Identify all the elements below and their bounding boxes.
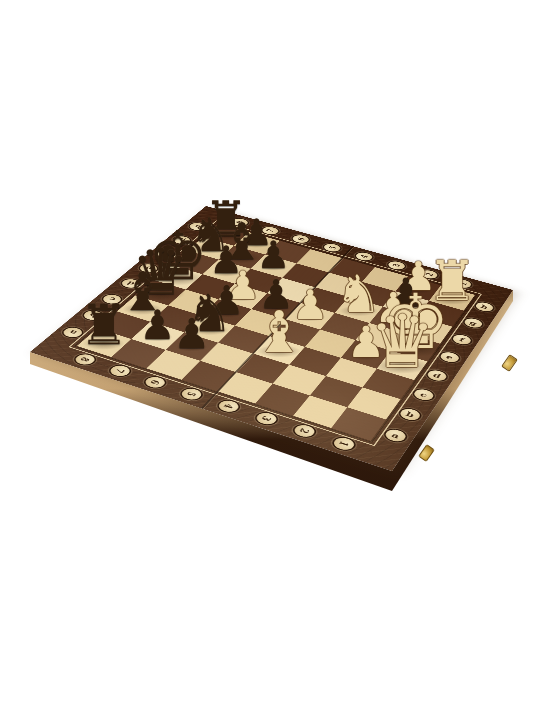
piece-black-pawn-g6: ♟ [257, 237, 291, 275]
piece-white-bishop-c4: ♝ [253, 304, 305, 362]
piece-black-pawn-b6: ♟ [173, 314, 210, 355]
pieces-layer: ♜♝♛♚♞♜♟♟♝♟♟♞♟♟♟♟♝♟♟♞♟♟♟♛♚♜ [0, 0, 540, 720]
piece-black-pawn-b7: ♟ [139, 304, 175, 345]
product-photo: aabbccddeeffgghh1122334455667788 ♜♝♛♚♞♜♟… [0, 0, 540, 720]
piece-black-rook-a8: ♜ [79, 298, 129, 353]
piece-white-queen-d1: ♛ [370, 305, 436, 378]
